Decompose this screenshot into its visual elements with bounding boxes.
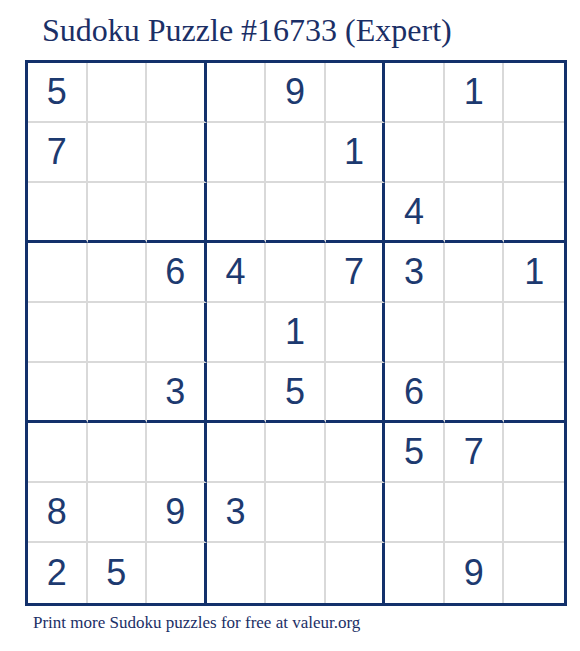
puzzle-title: Sudoku Puzzle #16733 (Expert) — [42, 12, 452, 49]
sudoku-cell-r8c6[interactable] — [326, 483, 386, 543]
sudoku-cell-r9c2[interactable]: 5 — [88, 543, 148, 603]
sudoku-cell-r1c5[interactable]: 9 — [266, 63, 326, 123]
sudoku-cell-r9c1[interactable]: 2 — [28, 543, 88, 603]
sudoku-cell-r8c8[interactable] — [445, 483, 505, 543]
sudoku-cell-r7c7[interactable]: 5 — [385, 423, 445, 483]
sudoku-cell-r9c6[interactable] — [326, 543, 386, 603]
sudoku-cell-r1c2[interactable] — [88, 63, 148, 123]
sudoku-cell-r1c3[interactable] — [147, 63, 207, 123]
sudoku-cell-r8c9[interactable] — [504, 483, 564, 543]
sudoku-cell-r5c4[interactable] — [207, 303, 267, 363]
sudoku-cell-r4c1[interactable] — [28, 243, 88, 303]
sudoku-cell-r4c2[interactable] — [88, 243, 148, 303]
sudoku-cell-r6c1[interactable] — [28, 363, 88, 423]
sudoku-cell-r9c3[interactable] — [147, 543, 207, 603]
sudoku-cell-r2c2[interactable] — [88, 123, 148, 183]
sudoku-cell-r5c7[interactable] — [385, 303, 445, 363]
sudoku-cell-r6c6[interactable] — [326, 363, 386, 423]
sudoku-cell-r4c7[interactable]: 3 — [385, 243, 445, 303]
sudoku-cell-r4c4[interactable]: 4 — [207, 243, 267, 303]
sudoku-board: 59171464731135657893259 — [25, 60, 567, 606]
sudoku-cell-r9c4[interactable] — [207, 543, 267, 603]
sudoku-cell-r2c1[interactable]: 7 — [28, 123, 88, 183]
sudoku-cell-r6c4[interactable] — [207, 363, 267, 423]
sudoku-cell-r1c6[interactable] — [326, 63, 386, 123]
sudoku-cell-r2c7[interactable] — [385, 123, 445, 183]
sudoku-cell-r7c3[interactable] — [147, 423, 207, 483]
sudoku-cell-r3c5[interactable] — [266, 183, 326, 243]
sudoku-cell-r2c4[interactable] — [207, 123, 267, 183]
sudoku-cell-r9c5[interactable] — [266, 543, 326, 603]
sudoku-cell-r8c5[interactable] — [266, 483, 326, 543]
sudoku-cell-r3c8[interactable] — [445, 183, 505, 243]
sudoku-cell-r9c7[interactable] — [385, 543, 445, 603]
sudoku-cell-r6c2[interactable] — [88, 363, 148, 423]
sudoku-cell-r4c5[interactable] — [266, 243, 326, 303]
sudoku-cell-r1c4[interactable] — [207, 63, 267, 123]
sudoku-cell-r6c5[interactable]: 5 — [266, 363, 326, 423]
sudoku-cell-r5c9[interactable] — [504, 303, 564, 363]
sudoku-cell-r3c1[interactable] — [28, 183, 88, 243]
sudoku-cell-r5c1[interactable] — [28, 303, 88, 363]
sudoku-cell-r1c9[interactable] — [504, 63, 564, 123]
sudoku-cell-r5c6[interactable] — [326, 303, 386, 363]
sudoku-cell-r7c5[interactable] — [266, 423, 326, 483]
sudoku-cell-r8c4[interactable]: 3 — [207, 483, 267, 543]
sudoku-cell-r5c8[interactable] — [445, 303, 505, 363]
sudoku-cell-r7c6[interactable] — [326, 423, 386, 483]
sudoku-cell-r7c9[interactable] — [504, 423, 564, 483]
sudoku-cell-r4c9[interactable]: 1 — [504, 243, 564, 303]
sudoku-cell-r6c3[interactable]: 3 — [147, 363, 207, 423]
sudoku-cell-r8c7[interactable] — [385, 483, 445, 543]
sudoku-cell-r7c1[interactable] — [28, 423, 88, 483]
sudoku-cell-r3c7[interactable]: 4 — [385, 183, 445, 243]
sudoku-cell-r2c5[interactable] — [266, 123, 326, 183]
sudoku-cell-r5c3[interactable] — [147, 303, 207, 363]
sudoku-cell-r4c6[interactable]: 7 — [326, 243, 386, 303]
sudoku-cell-r2c6[interactable]: 1 — [326, 123, 386, 183]
sudoku-cell-r3c2[interactable] — [88, 183, 148, 243]
sudoku-cell-r2c9[interactable] — [504, 123, 564, 183]
sudoku-cell-r1c1[interactable]: 5 — [28, 63, 88, 123]
sudoku-cell-r2c8[interactable] — [445, 123, 505, 183]
sudoku-cell-r3c4[interactable] — [207, 183, 267, 243]
sudoku-cell-r3c3[interactable] — [147, 183, 207, 243]
sudoku-cell-r5c5[interactable]: 1 — [266, 303, 326, 363]
sudoku-cell-r9c8[interactable]: 9 — [445, 543, 505, 603]
sudoku-cell-r3c9[interactable] — [504, 183, 564, 243]
sudoku-cell-r8c3[interactable]: 9 — [147, 483, 207, 543]
sudoku-cell-r1c8[interactable]: 1 — [445, 63, 505, 123]
sudoku-cell-r5c2[interactable] — [88, 303, 148, 363]
sudoku-cell-r8c2[interactable] — [88, 483, 148, 543]
sudoku-cell-r7c2[interactable] — [88, 423, 148, 483]
footer-text: Print more Sudoku puzzles for free at va… — [33, 613, 360, 633]
sudoku-cell-r6c9[interactable] — [504, 363, 564, 423]
sudoku-cell-r8c1[interactable]: 8 — [28, 483, 88, 543]
sudoku-cell-r4c3[interactable]: 6 — [147, 243, 207, 303]
sudoku-cell-r2c3[interactable] — [147, 123, 207, 183]
sudoku-cell-r1c7[interactable] — [385, 63, 445, 123]
sudoku-cell-r9c9[interactable] — [504, 543, 564, 603]
sudoku-cell-r7c4[interactable] — [207, 423, 267, 483]
sudoku-cell-r7c8[interactable]: 7 — [445, 423, 505, 483]
sudoku-cell-r6c7[interactable]: 6 — [385, 363, 445, 423]
sudoku-cell-r4c8[interactable] — [445, 243, 505, 303]
sudoku-cell-r6c8[interactable] — [445, 363, 505, 423]
sudoku-cell-r3c6[interactable] — [326, 183, 386, 243]
